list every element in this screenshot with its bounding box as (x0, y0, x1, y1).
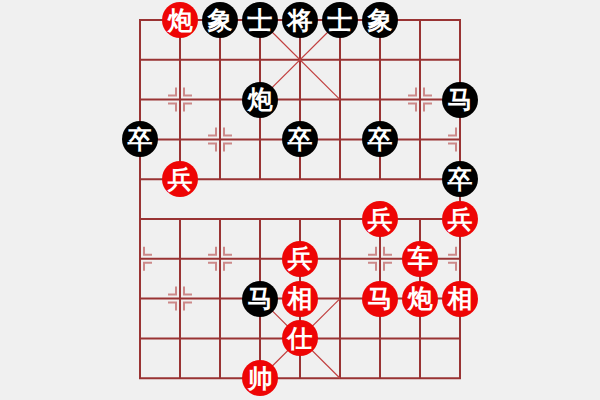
piece-black-general[interactable]: 将 (282, 2, 318, 38)
piece-black-elephant[interactable]: 象 (202, 2, 238, 38)
piece-red-cannon[interactable]: 炮 (402, 281, 438, 317)
piece-black-soldier[interactable]: 卒 (122, 121, 158, 157)
piece-black-soldier[interactable]: 卒 (282, 121, 318, 157)
piece-red-elephant[interactable]: 相 (282, 281, 318, 317)
piece-red-soldier[interactable]: 兵 (282, 241, 318, 277)
piece-black-advisor[interactable]: 士 (242, 2, 278, 38)
xiangqi-board[interactable]: 炮象士将士象炮马卒卒卒兵卒兵兵兵车马相马炮相仕帅 (0, 0, 600, 400)
piece-red-elephant[interactable]: 相 (442, 281, 478, 317)
piece-red-soldier[interactable]: 兵 (162, 161, 198, 197)
piece-black-advisor[interactable]: 士 (322, 2, 358, 38)
piece-red-soldier[interactable]: 兵 (442, 201, 478, 237)
piece-red-soldier[interactable]: 兵 (362, 201, 398, 237)
pieces-layer: 炮象士将士象炮马卒卒卒兵卒兵兵兵车马相马炮相仕帅 (0, 0, 600, 400)
piece-black-horse[interactable]: 马 (242, 281, 278, 317)
piece-red-horse[interactable]: 马 (362, 281, 398, 317)
xiangqi-app-background: 炮象士将士象炮马卒卒卒兵卒兵兵兵车马相马炮相仕帅 (0, 0, 600, 400)
piece-black-horse[interactable]: 马 (442, 82, 478, 118)
piece-red-advisor[interactable]: 仕 (282, 320, 318, 356)
piece-red-cannon[interactable]: 炮 (162, 2, 198, 38)
piece-black-soldier[interactable]: 卒 (362, 121, 398, 157)
piece-black-cannon[interactable]: 炮 (242, 82, 278, 118)
piece-black-soldier[interactable]: 卒 (442, 161, 478, 197)
piece-red-general[interactable]: 帅 (242, 360, 278, 396)
piece-black-elephant[interactable]: 象 (362, 2, 398, 38)
piece-red-chariot[interactable]: 车 (402, 241, 438, 277)
